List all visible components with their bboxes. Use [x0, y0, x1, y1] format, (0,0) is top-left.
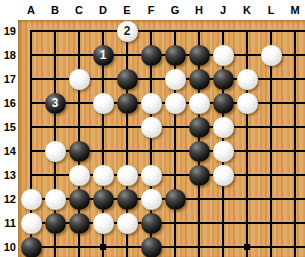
column-label-d: D — [99, 3, 107, 17]
white-stone-f13 — [141, 165, 162, 186]
column-label-l: L — [268, 3, 275, 17]
white-stone-g17 — [165, 69, 186, 90]
star-point-d10 — [100, 244, 106, 250]
row-label-18: 18 — [0, 48, 16, 62]
black-stone-h18 — [189, 45, 210, 66]
go-board[interactable]: 213 — [18, 20, 305, 257]
white-stone-k17 — [237, 69, 258, 90]
black-stone-e12 — [117, 189, 138, 210]
white-stone-b14 — [45, 141, 66, 162]
white-stone-f15 — [141, 117, 162, 138]
white-stone-d13 — [93, 165, 114, 186]
column-label-a: A — [27, 3, 35, 17]
white-stone-e11 — [117, 213, 138, 234]
move-3-stone-b16: 3 — [45, 93, 66, 114]
black-stone-c14 — [69, 141, 90, 162]
row-label-10: 10 — [0, 240, 16, 254]
white-stone-e13 — [117, 165, 138, 186]
white-stone-j14 — [213, 141, 234, 162]
column-label-b: B — [51, 3, 59, 17]
black-stone-h14 — [189, 141, 210, 162]
column-label-c: C — [75, 3, 83, 17]
black-stone-h17 — [189, 69, 210, 90]
column-label-k: K — [243, 3, 251, 17]
column-label-m: M — [290, 3, 299, 17]
black-stone-b11 — [45, 213, 66, 234]
go-diagram: 213 ABCDEFGHJKLM 19181716151413121110 — [0, 0, 305, 257]
column-label-g: G — [171, 3, 180, 17]
white-stone-l18 — [261, 45, 282, 66]
white-stone-c17 — [69, 69, 90, 90]
black-stone-g12 — [165, 189, 186, 210]
grid-line-row-19 — [30, 30, 305, 32]
white-stone-f16 — [141, 93, 162, 114]
white-stone-c13 — [69, 165, 90, 186]
column-label-e: E — [123, 3, 130, 17]
row-label-14: 14 — [0, 144, 16, 158]
black-stone-a10 — [21, 237, 42, 257]
black-stone-j16 — [213, 93, 234, 114]
column-label-f: F — [148, 3, 155, 17]
grid-line-col-m — [294, 30, 296, 257]
black-stone-e17 — [117, 69, 138, 90]
black-stone-h13 — [189, 165, 210, 186]
row-label-12: 12 — [0, 192, 16, 206]
white-stone-b12 — [45, 189, 66, 210]
move-1-stone-d18: 1 — [93, 45, 114, 66]
grid-line-row-15 — [30, 126, 305, 128]
black-stone-d12 — [93, 189, 114, 210]
white-stone-a12 — [21, 189, 42, 210]
grid-line-row-10 — [30, 246, 305, 248]
row-label-16: 16 — [0, 96, 16, 110]
row-label-19: 19 — [0, 24, 16, 38]
black-stone-e16 — [117, 93, 138, 114]
star-point-k10 — [244, 244, 250, 250]
white-stone-a11 — [21, 213, 42, 234]
white-stone-k16 — [237, 93, 258, 114]
row-label-17: 17 — [0, 72, 16, 86]
grid-line-col-k — [246, 30, 248, 257]
black-stone-c12 — [69, 189, 90, 210]
white-stone-h16 — [189, 93, 210, 114]
black-stone-f10 — [141, 237, 162, 257]
white-stone-j15 — [213, 117, 234, 138]
white-stone-j18 — [213, 45, 234, 66]
row-label-13: 13 — [0, 168, 16, 182]
column-labels: ABCDEFGHJKLM — [0, 0, 305, 20]
row-labels: 19181716151413121110 — [0, 0, 18, 257]
white-stone-f12 — [141, 189, 162, 210]
black-stone-j17 — [213, 69, 234, 90]
black-stone-f18 — [141, 45, 162, 66]
row-label-15: 15 — [0, 120, 16, 134]
column-label-h: H — [195, 3, 203, 17]
white-stone-d16 — [93, 93, 114, 114]
white-stone-j13 — [213, 165, 234, 186]
black-stone-g18 — [165, 45, 186, 66]
black-stone-c11 — [69, 213, 90, 234]
white-stone-d11 — [93, 213, 114, 234]
black-stone-f11 — [141, 213, 162, 234]
white-stone-g16 — [165, 93, 186, 114]
column-label-j: J — [220, 3, 226, 17]
move-2-stone-e19: 2 — [117, 21, 138, 42]
row-label-11: 11 — [0, 216, 16, 230]
black-stone-h15 — [189, 117, 210, 138]
